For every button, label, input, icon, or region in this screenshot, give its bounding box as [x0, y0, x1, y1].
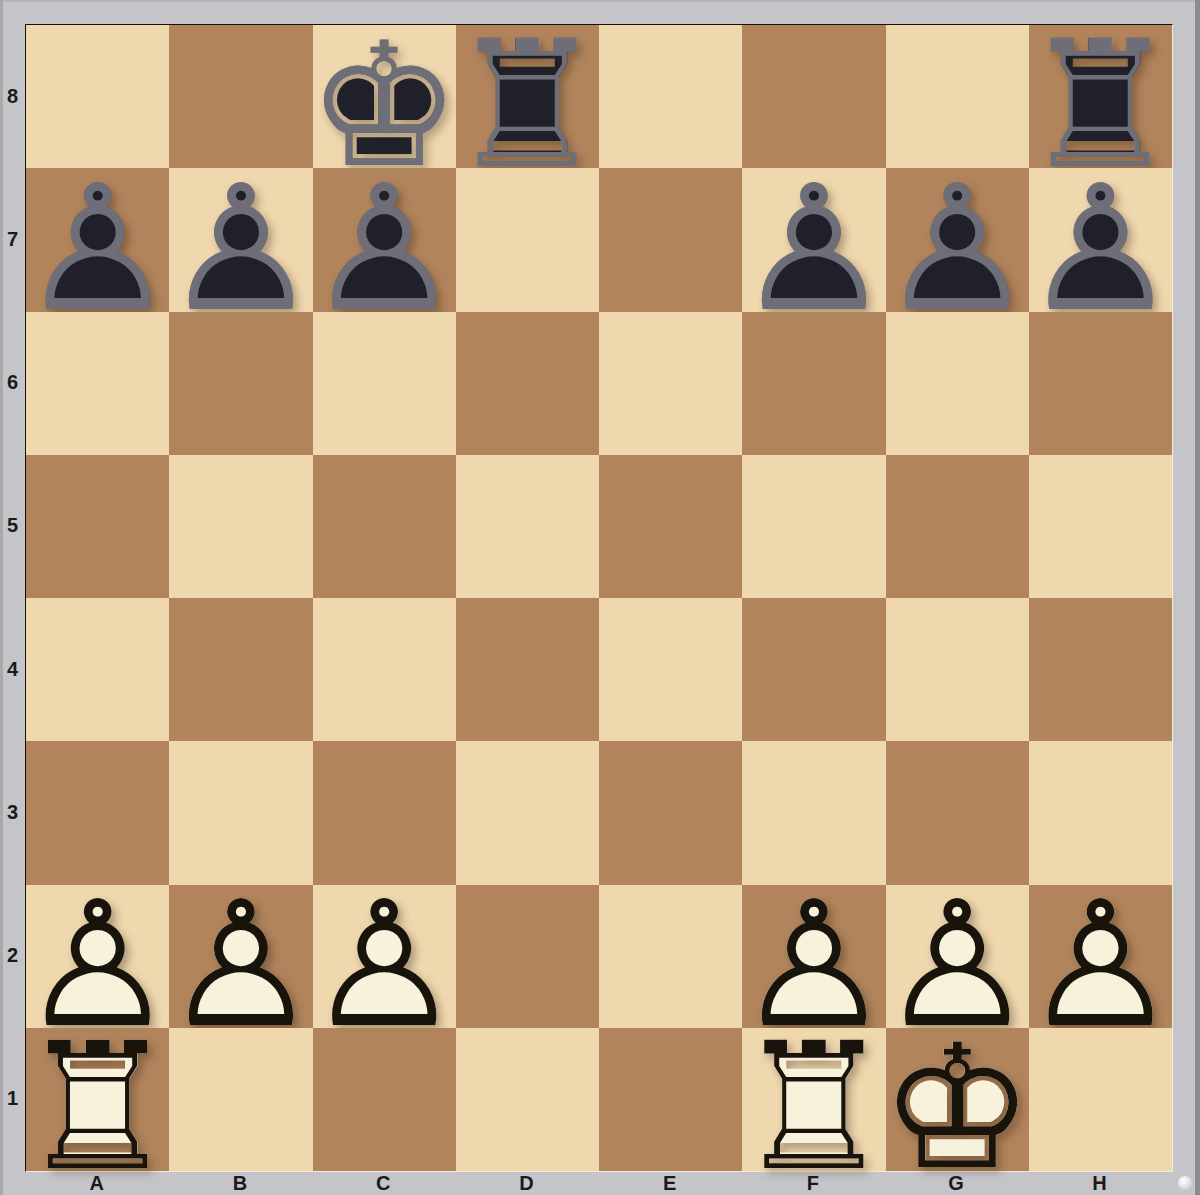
file-label-f: F: [741, 1170, 884, 1195]
square-g2[interactable]: ♟♙: [886, 885, 1029, 1028]
white-rook-outline-icon: ♖: [742, 1036, 885, 1179]
corner-dot-decoration: [1178, 1176, 1192, 1190]
square-d7[interactable]: [456, 168, 599, 311]
black-pawn-outline-icon: ♙: [169, 177, 312, 320]
file-label-c: C: [312, 1170, 455, 1195]
piece-white-pawn-b2[interactable]: ♟♙: [169, 885, 312, 1028]
black-pawn-outline-icon: ♙: [313, 177, 456, 320]
square-f1[interactable]: ♜♖: [742, 1028, 885, 1171]
square-d8[interactable]: ♜♖: [456, 25, 599, 168]
piece-white-pawn-c2[interactable]: ♟♙: [313, 885, 456, 1028]
square-e6[interactable]: [599, 312, 742, 455]
file-label-d: D: [455, 1170, 598, 1195]
square-c1[interactable]: [313, 1028, 456, 1171]
square-b7[interactable]: ♟♙: [169, 168, 312, 311]
square-e4[interactable]: [599, 598, 742, 741]
square-g6[interactable]: [886, 312, 1029, 455]
square-b4[interactable]: [169, 598, 312, 741]
piece-white-rook-a1[interactable]: ♜♖: [26, 1028, 169, 1171]
file-label-a: A: [25, 1170, 168, 1195]
piece-white-pawn-g2[interactable]: ♟♙: [886, 885, 1029, 1028]
black-pawn-outline-icon: ♙: [1029, 177, 1172, 320]
piece-black-pawn-g7[interactable]: ♟♙: [886, 168, 1029, 311]
square-d4[interactable]: [456, 598, 599, 741]
black-rook-outline-icon: ♖: [456, 34, 599, 177]
black-pawn-outline-icon: ♙: [26, 177, 169, 320]
square-d3[interactable]: [456, 741, 599, 884]
square-c7[interactable]: ♟♙: [313, 168, 456, 311]
square-c4[interactable]: [313, 598, 456, 741]
piece-black-rook-d8[interactable]: ♜♖: [456, 25, 599, 168]
square-a4[interactable]: [26, 598, 169, 741]
square-a6[interactable]: [26, 312, 169, 455]
file-label-b: B: [168, 1170, 311, 1195]
black-pawn-outline-icon: ♙: [886, 177, 1029, 320]
square-c6[interactable]: [313, 312, 456, 455]
piece-black-pawn-b7[interactable]: ♟♙: [169, 168, 312, 311]
square-b1[interactable]: [169, 1028, 312, 1171]
white-king-outline-icon: ♔: [886, 1036, 1029, 1179]
square-e3[interactable]: [599, 741, 742, 884]
file-labels: ABCDEFGH: [25, 1170, 1171, 1195]
square-h5[interactable]: [1029, 455, 1172, 598]
piece-black-pawn-c7[interactable]: ♟♙: [313, 168, 456, 311]
square-d5[interactable]: [456, 455, 599, 598]
square-d6[interactable]: [456, 312, 599, 455]
square-a7[interactable]: ♟♙: [26, 168, 169, 311]
square-g4[interactable]: [886, 598, 1029, 741]
square-d2[interactable]: [456, 885, 599, 1028]
square-a1[interactable]: ♜♖: [26, 1028, 169, 1171]
piece-white-king-g1[interactable]: ♚♔: [886, 1028, 1029, 1171]
rank-label-5: 5: [0, 454, 25, 597]
piece-black-pawn-a7[interactable]: ♟♙: [26, 168, 169, 311]
rank-label-3: 3: [0, 740, 25, 883]
square-e1[interactable]: [599, 1028, 742, 1171]
black-pawn-outline-icon: ♙: [742, 177, 885, 320]
square-a5[interactable]: [26, 455, 169, 598]
piece-white-pawn-h2[interactable]: ♟♙: [1029, 885, 1172, 1028]
square-c2[interactable]: ♟♙: [313, 885, 456, 1028]
square-g7[interactable]: ♟♙: [886, 168, 1029, 311]
square-b5[interactable]: [169, 455, 312, 598]
file-label-g: G: [885, 1170, 1028, 1195]
square-h4[interactable]: [1029, 598, 1172, 741]
rank-label-4: 4: [0, 597, 25, 740]
square-h1[interactable]: [1029, 1028, 1172, 1171]
square-e8[interactable]: [599, 25, 742, 168]
square-f5[interactable]: [742, 455, 885, 598]
white-pawn-outline-icon: ♙: [1029, 893, 1172, 1036]
square-f7[interactable]: ♟♙: [742, 168, 885, 311]
square-f4[interactable]: [742, 598, 885, 741]
piece-white-rook-f1[interactable]: ♜♖: [742, 1028, 885, 1171]
square-e2[interactable]: [599, 885, 742, 1028]
square-h2[interactable]: ♟♙: [1029, 885, 1172, 1028]
piece-black-pawn-h7[interactable]: ♟♙: [1029, 168, 1172, 311]
rank-label-8: 8: [0, 24, 25, 167]
square-e5[interactable]: [599, 455, 742, 598]
square-c5[interactable]: [313, 455, 456, 598]
square-f6[interactable]: [742, 312, 885, 455]
square-g1[interactable]: ♚♔: [886, 1028, 1029, 1171]
white-pawn-outline-icon: ♙: [169, 893, 312, 1036]
square-e7[interactable]: [599, 168, 742, 311]
file-label-h: H: [1028, 1170, 1171, 1195]
square-d1[interactable]: [456, 1028, 599, 1171]
white-rook-outline-icon: ♖: [26, 1036, 169, 1179]
frame-edge-right: [1195, 0, 1200, 1195]
square-g5[interactable]: [886, 455, 1029, 598]
board: ♚♔♜♖♜♖♟♙♟♙♟♙♟♙♟♙♟♙♟♙♟♙♟♙♟♙♟♙♟♙♜♖♜♖♚♔: [25, 24, 1173, 1172]
piece-black-pawn-f7[interactable]: ♟♙: [742, 168, 885, 311]
square-b6[interactable]: [169, 312, 312, 455]
square-b2[interactable]: ♟♙: [169, 885, 312, 1028]
file-label-e: E: [598, 1170, 741, 1195]
white-pawn-outline-icon: ♙: [313, 893, 456, 1036]
square-h6[interactable]: [1029, 312, 1172, 455]
square-h7[interactable]: ♟♙: [1029, 168, 1172, 311]
